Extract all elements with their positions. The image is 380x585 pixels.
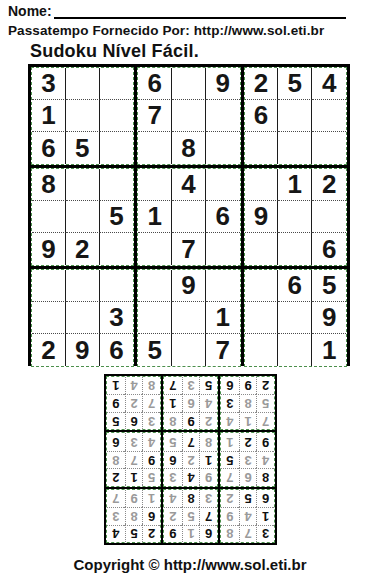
sudoku-cell [172,334,206,366]
sudoku-cell [312,100,346,132]
sudoku-cell [245,334,279,366]
sudoku-box: 3296 [31,269,134,367]
solution-cell: 7 [182,433,200,450]
solution-cell: 6 [239,468,257,485]
solution-cell: 4 [221,412,239,429]
solution-cell: 7 [199,507,217,524]
sudoku-cell: 8 [172,132,206,164]
solution-cell: 8 [142,377,160,394]
sudoku-cell: 3 [32,68,66,100]
sudoku-cell [206,270,240,302]
solution-cell: 1 [199,451,217,468]
solution-cell: 9 [125,490,143,507]
solution-cell: 1 [142,490,160,507]
solution-cell: 9 [164,525,182,542]
sudoku-cell: 6 [245,100,279,132]
sudoku-cell: 9 [312,302,346,334]
solution-cell: 8 [221,525,239,542]
sudoku-box: 714583296 [220,376,275,430]
sudoku-cell [172,302,206,334]
sudoku-cell [245,233,279,265]
solution-cell: 1 [221,433,239,450]
sudoku-cell: 5 [66,132,100,164]
sudoku-cell [100,100,134,132]
sudoku-cell: 6 [206,201,240,233]
solution-cell: 8 [107,451,125,468]
sudoku-cell [206,233,240,265]
solution-cell: 5 [199,377,217,394]
sudoku-cell [138,270,172,302]
sudoku-box: 298461537 [163,376,218,430]
solution-cell: 9 [221,507,239,524]
solution-cell: 2 [199,412,217,429]
sudoku-cell: 7 [172,233,206,265]
solution-cell: 1 [107,377,125,394]
sudoku-cell: 4 [172,169,206,201]
solution-cell: 3 [256,525,274,542]
copyright-text: Copyright © http://www.sol.eti.br [0,556,380,573]
sudoku-cell: 6 [32,132,66,164]
sudoku-cell [172,201,206,233]
solution-cell: 1 [182,525,200,542]
sudoku-cell [138,233,172,265]
solution-cell: 8 [239,394,257,411]
solution-cell: 3 [199,490,217,507]
solution-cell: 3 [107,507,125,524]
solution-cell: 2 [221,490,239,507]
solution-cell: 5 [107,412,125,429]
solution-cell: 7 [256,412,274,429]
solution-cell: 7 [107,490,125,507]
sudoku-cell: 9 [245,201,279,233]
solution-grid-rotated: 3781496526197523842546831978674359219431… [104,374,277,545]
sudoku-cell [100,233,134,265]
solution-cell: 1 [239,412,257,429]
sudoku-box: 1296 [244,168,347,266]
sudoku-cell [66,68,100,100]
provided-by-text: Passatempo Fornecido Por: http://www.sol… [8,23,324,38]
sudoku-box: 254683197 [106,489,161,543]
solution-cell: 3 [221,394,239,411]
solution-cell: 8 [164,412,182,429]
sudoku-cell: 9 [32,233,66,265]
solution-cell: 2 [182,451,200,468]
sudoku-cell [66,100,100,132]
solution-cell: 4 [182,468,200,485]
sudoku-cell [32,201,66,233]
solution-cell: 7 [142,394,160,411]
sudoku-cell [32,302,66,334]
sudoku-cell: 6 [312,233,346,265]
sudoku-cell [172,100,206,132]
sudoku-cell [278,302,312,334]
solution-cell: 2 [107,468,125,485]
solution-cell: 2 [256,377,274,394]
sudoku-cell: 6 [278,270,312,302]
solution-cell: 2 [125,394,143,411]
solution-cell: 3 [182,377,200,394]
sudoku-cell: 8 [32,169,66,201]
solution-cell: 9 [199,468,217,485]
main-sudoku-grid: 316569782546859241671296329691576591 [28,64,350,366]
sudoku-cell [66,201,100,233]
solution-cell: 8 [182,490,200,507]
solution-cell: 5 [142,468,160,485]
sudoku-box: 619752384 [163,489,218,543]
sudoku-cell [245,270,279,302]
sudoku-box: 4167 [137,168,240,266]
sudoku-cell: 9 [172,270,206,302]
solution-cell: 7 [221,468,239,485]
solution-cell: 2 [164,507,182,524]
sudoku-cell: 1 [206,302,240,334]
sudoku-cell: 2 [32,334,66,366]
sudoku-cell [245,169,279,201]
sudoku-box: 6978 [137,67,240,165]
solution-cell: 6 [142,507,160,524]
solution-cell: 6 [256,490,274,507]
sudoku-cell [66,270,100,302]
solution-cell: 6 [199,525,217,542]
sudoku-cell: 5 [100,201,134,233]
sudoku-box: 365729841 [106,376,161,430]
solution-cell: 7 [239,525,257,542]
sudoku-cell [206,100,240,132]
solution-cell: 3 [164,468,182,485]
sudoku-box: 867435921 [220,432,275,486]
sudoku-cell [245,132,279,164]
solution-cell: 5 [125,525,143,542]
solution-cell: 5 [182,507,200,524]
solution-cell: 4 [256,451,274,468]
sudoku-cell [278,334,312,366]
solution-cell: 5 [239,490,257,507]
solution-cell: 2 [239,433,257,450]
sudoku-cell [138,302,172,334]
solution-cell: 4 [107,525,125,542]
sudoku-cell [312,132,346,164]
solution-cell: 3 [239,451,257,468]
sudoku-cell: 9 [66,334,100,366]
solution-cell: 3 [125,433,143,450]
name-row: Nome: [8,3,346,19]
sudoku-cell: 2 [245,68,279,100]
sudoku-cell [66,302,100,334]
solution-cell: 3 [142,412,160,429]
solution-cell: 5 [256,394,274,411]
sudoku-cell [172,68,206,100]
sudoku-cell: 2 [312,169,346,201]
sudoku-cell: 7 [138,100,172,132]
solution-cell: 6 [125,412,143,429]
solution-cell: 4 [199,394,217,411]
solution-cell: 8 [256,468,274,485]
sudoku-box: 8592 [31,168,134,266]
sudoku-cell [245,302,279,334]
solution-cell: 8 [125,507,143,524]
solution-cell: 4 [142,433,160,450]
sudoku-cell [100,132,134,164]
name-fill-line [54,4,346,19]
solution-cell: 4 [239,507,257,524]
solution-cell: 7 [125,451,143,468]
sudoku-cell [138,169,172,201]
sudoku-box: 9157 [137,269,240,367]
sudoku-cell [32,270,66,302]
solution-cell: 2 [142,525,160,542]
sudoku-cell [312,201,346,233]
sudoku-box: 2546 [244,67,347,165]
sudoku-cell [100,270,134,302]
sudoku-cell [206,132,240,164]
solution-cell: 6 [164,451,182,468]
solution-cell: 1 [125,468,143,485]
worksheet-page: Nome: Passatempo Fornecido Por: http://w… [0,0,380,585]
sudoku-box: 6591 [244,269,347,367]
sudoku-cell: 9 [206,68,240,100]
sudoku-cell: 6 [100,334,134,366]
sudoku-cell: 2 [66,233,100,265]
sudoku-box: 3165 [31,67,134,165]
sudoku-cell: 5 [312,270,346,302]
sudoku-cell [278,201,312,233]
sudoku-cell [206,169,240,201]
sudoku-cell: 4 [312,68,346,100]
sudoku-cell: 1 [138,201,172,233]
sudoku-cell [138,132,172,164]
solution-cell: 6 [221,377,239,394]
solution-cell: 9 [107,394,125,411]
sudoku-box: 512978436 [106,432,161,486]
sudoku-cell: 5 [278,68,312,100]
sudoku-cell [278,233,312,265]
solution-cell: 9 [256,433,274,450]
solution-cell: 6 [182,394,200,411]
page-title: Sudoku Nível Fácil. [30,41,199,62]
sudoku-cell [100,68,134,100]
solution-cell: 1 [164,394,182,411]
sudoku-cell: 1 [278,169,312,201]
sudoku-cell: 3 [100,302,134,334]
sudoku-cell: 6 [138,68,172,100]
sudoku-cell: 7 [206,334,240,366]
sudoku-cell [100,169,134,201]
name-label: Nome: [8,3,52,19]
solution-cell: 6 [107,433,125,450]
sudoku-cell: 1 [312,334,346,366]
solution-cell: 1 [256,507,274,524]
sudoku-cell: 5 [138,334,172,366]
solution-cell: 4 [125,377,143,394]
solution-cell: 5 [221,451,239,468]
sudoku-cell: 1 [32,100,66,132]
sudoku-cell [278,132,312,164]
sudoku-box: 943126875 [163,432,218,486]
solution-cell: 5 [164,433,182,450]
solution-cell: 9 [142,451,160,468]
solution-cell: 7 [164,377,182,394]
solution-cell: 8 [199,433,217,450]
sudoku-cell [278,100,312,132]
sudoku-cell [66,169,100,201]
sudoku-box: 378149652 [220,489,275,543]
solution-cell: 4 [164,490,182,507]
solution-cell: 9 [239,377,257,394]
solution-cell: 9 [182,412,200,429]
